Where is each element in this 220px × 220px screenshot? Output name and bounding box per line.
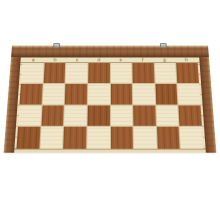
square-e5 [111, 127, 133, 149]
square-c7 [65, 84, 87, 104]
square-d8 [88, 63, 109, 83]
square-a6 [18, 105, 41, 126]
square-b7 [42, 84, 64, 104]
file-label: e [110, 58, 132, 62]
square-c8 [66, 63, 88, 83]
square-b5 [40, 127, 63, 149]
square-f6 [133, 105, 155, 126]
far-frame-rail [11, 46, 209, 57]
file-label: h [175, 58, 197, 62]
hinge-left [53, 43, 60, 48]
square-g5 [157, 127, 180, 149]
square-a8 [21, 63, 43, 83]
chessboard: abcdefgh [4, 46, 217, 153]
square-b6 [41, 105, 64, 126]
square-c6 [64, 105, 86, 126]
file-label: f [132, 58, 154, 62]
square-e8 [110, 63, 131, 83]
square-g8 [155, 63, 177, 83]
square-e7 [110, 84, 132, 104]
hinge-right [160, 43, 167, 48]
square-h5 [180, 127, 204, 149]
square-f7 [133, 84, 155, 104]
square-h6 [179, 105, 202, 126]
square-f5 [134, 127, 157, 149]
square-c5 [63, 127, 86, 149]
board-grid [16, 63, 203, 149]
square-d5 [87, 127, 109, 149]
square-e6 [111, 105, 133, 126]
file-label: c [66, 58, 88, 62]
file-label: a [22, 58, 44, 62]
file-label: d [88, 58, 110, 62]
file-label: g [154, 58, 176, 62]
square-f8 [133, 63, 155, 83]
near-maple-edge [14, 149, 206, 153]
square-d7 [88, 84, 110, 104]
square-d6 [87, 105, 109, 126]
square-g7 [155, 84, 177, 104]
square-b8 [43, 63, 65, 83]
square-a5 [16, 127, 40, 149]
square-g6 [156, 105, 179, 126]
file-label: b [44, 58, 66, 62]
product-photo: abcdefgh [0, 0, 220, 220]
square-h8 [177, 63, 199, 83]
square-a7 [20, 84, 43, 104]
square-h7 [178, 84, 201, 104]
